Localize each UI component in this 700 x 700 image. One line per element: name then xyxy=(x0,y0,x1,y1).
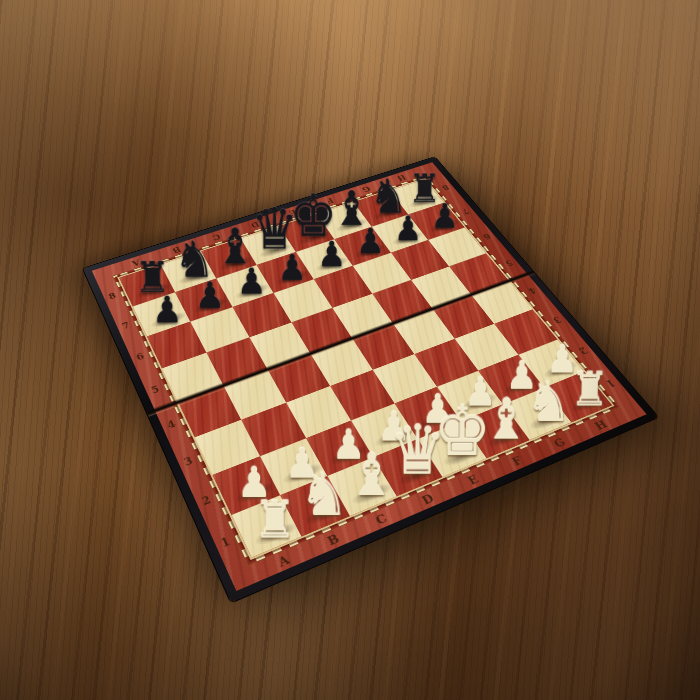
photo-scene: ABCDEFGH ABCDEFGH 87654321 87654321 ♜♞♝♛… xyxy=(0,0,700,700)
scene-3d: ABCDEFGH ABCDEFGH 87654321 87654321 ♜♞♝♛… xyxy=(0,0,700,700)
square-c6[interactable] xyxy=(232,293,291,337)
board-field: ♜♞♝♛♚♝♞♜♟♟♟♟♟♟♟♟♟♟♟♟♟♟♟♟♜♞♝♛♚♝♞♜ xyxy=(119,179,612,557)
black-pawn[interactable]: ♟ xyxy=(138,291,197,328)
white-rook[interactable]: ♜ xyxy=(239,494,310,546)
chess-board[interactable]: ABCDEFGH ABCDEFGH 87654321 87654321 ♜♞♝♛… xyxy=(83,157,658,603)
board-border: ABCDEFGH ABCDEFGH 87654321 87654321 ♜♞♝♛… xyxy=(92,162,647,591)
